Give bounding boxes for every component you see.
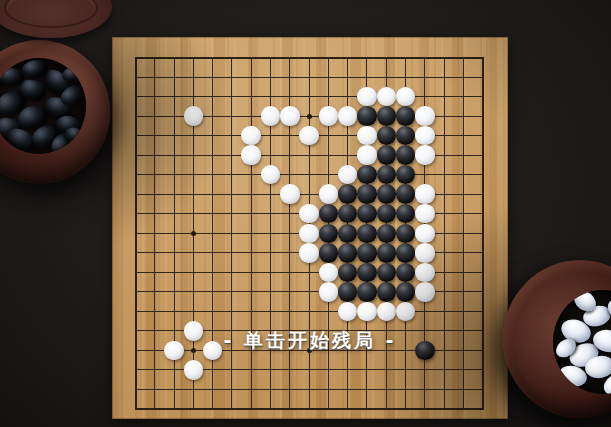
black-stone (319, 224, 339, 244)
black-stone (396, 204, 416, 224)
black-stone (338, 224, 358, 244)
black-stone (338, 184, 358, 204)
white-stone (415, 145, 435, 165)
black-stone (396, 126, 416, 146)
white-stone (377, 302, 397, 322)
black-stone (357, 243, 377, 263)
black-stone (338, 243, 358, 263)
black-stone (396, 263, 416, 283)
grid-line-vertical (482, 57, 484, 411)
black-stone (377, 204, 397, 224)
black-stone (377, 263, 397, 283)
white-stone (299, 243, 319, 263)
star-point (191, 348, 196, 353)
white-stone (241, 145, 261, 165)
go-game-scene[interactable]: - 单击开始残局 - (0, 0, 611, 427)
white-stone (357, 145, 377, 165)
grid-line-horizontal (135, 408, 484, 410)
black-stone (396, 106, 416, 126)
white-stone (377, 87, 397, 107)
white-stone (164, 341, 184, 361)
black-stone (357, 204, 377, 224)
white-stone (357, 126, 377, 146)
black-stone (396, 224, 416, 244)
black-stone (357, 263, 377, 283)
black-stone (377, 165, 397, 185)
black-stone (377, 145, 397, 165)
white-stone (415, 263, 435, 283)
white-stone (280, 184, 300, 204)
black-bowl-interior (0, 58, 86, 154)
black-stone (377, 126, 397, 146)
white-stone (261, 165, 281, 185)
black-stone (338, 263, 358, 283)
black-stone (396, 165, 416, 185)
white-stone (415, 243, 435, 263)
white-stone (280, 106, 300, 126)
black-stone (377, 106, 397, 126)
white-stone (241, 126, 261, 146)
white-stone (415, 282, 435, 302)
black-stone (377, 282, 397, 302)
grid-line-vertical (444, 57, 445, 411)
star-point (191, 231, 196, 236)
black-stone (396, 243, 416, 263)
grid-line-horizontal (135, 389, 484, 390)
bowl-lid-ridge (4, 0, 98, 28)
white-stone (415, 184, 435, 204)
black-stone (338, 282, 358, 302)
black-stone (357, 106, 377, 126)
black-stone (415, 341, 435, 361)
white-stone (184, 360, 204, 380)
black-stone (377, 184, 397, 204)
white-stone (319, 263, 339, 283)
black-stone (357, 184, 377, 204)
white-stone (338, 302, 358, 322)
black-stone (319, 243, 339, 263)
black-stone (396, 145, 416, 165)
black-stone (396, 184, 416, 204)
black-stone (357, 282, 377, 302)
white-stone (203, 341, 223, 361)
bowl-lid (0, 0, 112, 38)
white-stone (299, 126, 319, 146)
go-board[interactable] (112, 37, 508, 419)
white-stone (357, 302, 377, 322)
white-stone (396, 87, 416, 107)
white-stone (415, 126, 435, 146)
white-stone (319, 282, 339, 302)
white-stone (357, 87, 377, 107)
white-bowl-interior (553, 290, 611, 394)
black-stone (377, 224, 397, 244)
black-stone (338, 204, 358, 224)
white-stone (338, 165, 358, 185)
grid-line-horizontal (135, 311, 484, 312)
star-point (307, 114, 312, 119)
white-stone (299, 204, 319, 224)
white-stone (415, 204, 435, 224)
black-stone (357, 165, 377, 185)
white-stone (184, 321, 204, 341)
grid-line-vertical (463, 57, 464, 411)
white-stone (299, 224, 319, 244)
white-stone (338, 106, 358, 126)
black-stone (377, 243, 397, 263)
white-stone (184, 106, 204, 126)
white-stone (396, 302, 416, 322)
black-stone (357, 224, 377, 244)
white-stone (319, 106, 339, 126)
white-stone (415, 224, 435, 244)
white-stone (415, 106, 435, 126)
white-stone (319, 184, 339, 204)
black-stone (319, 204, 339, 224)
white-stone (261, 106, 281, 126)
star-point (307, 348, 312, 353)
black-stone (396, 282, 416, 302)
